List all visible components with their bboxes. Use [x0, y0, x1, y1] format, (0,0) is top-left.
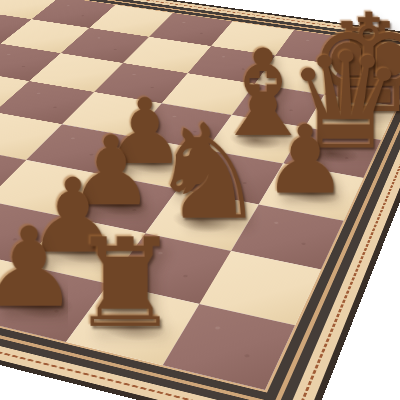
square-g1: ♜: [66, 284, 199, 365]
piece-rook-g1: ♜: [70, 228, 174, 341]
piece-pawn-f1: ♟: [0, 217, 80, 318]
chessboard-photo-scene: ♜♚♝♛♟♟♟♞♟♟♜: [0, 0, 400, 400]
board-grid: ♜♚♝♛♟♟♟♞♟♟♜: [0, 0, 400, 390]
square-h4: ♟: [259, 164, 364, 221]
piece-pawn-h4: ♟: [262, 117, 349, 204]
chess-board: ♜♚♝♛♟♟♟♞♟♟♜: [0, 0, 400, 390]
